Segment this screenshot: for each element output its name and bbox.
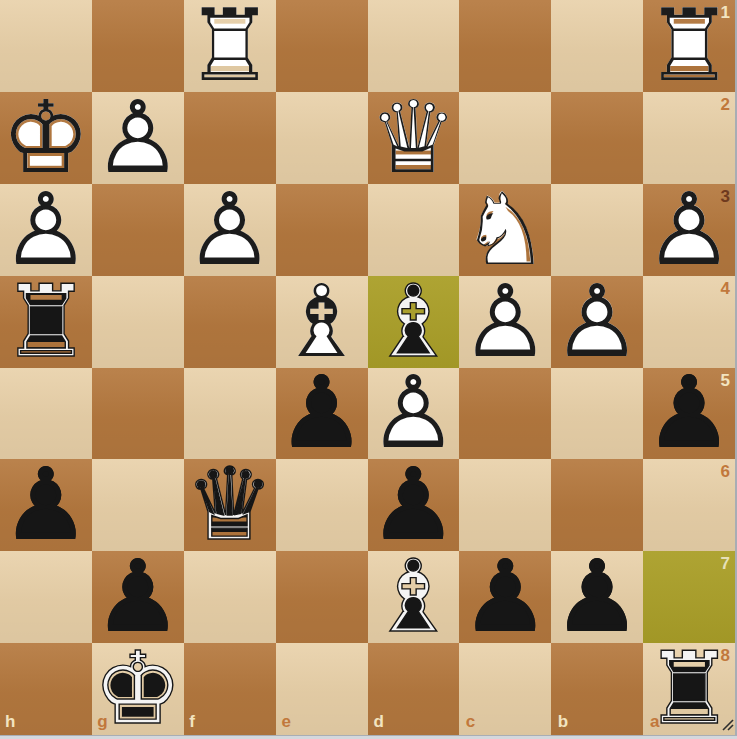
file-label-c: c <box>466 713 475 730</box>
rank-label-4: 4 <box>721 280 730 297</box>
file-label-d: d <box>374 713 384 730</box>
square-h3[interactable]: ♟♙ <box>0 184 92 276</box>
square-d2[interactable]: ♛♕ <box>368 92 460 184</box>
piece-glyph-outline: ♕ <box>184 459 276 551</box>
square-b3[interactable] <box>551 184 643 276</box>
black-pawn[interactable]: ♟♙ <box>459 551 551 643</box>
square-h2[interactable]: ♚♔ <box>0 92 92 184</box>
square-b2[interactable] <box>551 92 643 184</box>
square-e7[interactable] <box>276 551 368 643</box>
square-c5[interactable] <box>459 368 551 460</box>
black-rook[interactable]: ♜♖ <box>0 276 92 368</box>
square-c4[interactable]: ♟♙ <box>459 276 551 368</box>
square-f1[interactable]: ♜♖ <box>184 0 276 92</box>
square-e3[interactable] <box>276 184 368 276</box>
file-label-f: f <box>189 713 195 730</box>
square-f4[interactable] <box>184 276 276 368</box>
square-c3[interactable]: ♞♘ <box>459 184 551 276</box>
white-pawn[interactable]: ♟♙ <box>551 276 643 368</box>
square-e1[interactable] <box>276 0 368 92</box>
piece-glyph-outline: ♕ <box>368 92 460 184</box>
rank-label-7: 7 <box>721 555 730 572</box>
file-label-e: e <box>281 713 290 730</box>
black-pawn[interactable]: ♟♙ <box>276 368 368 460</box>
square-f3[interactable]: ♟♙ <box>184 184 276 276</box>
square-b5[interactable] <box>551 368 643 460</box>
white-rook[interactable]: ♜♖ <box>184 0 276 92</box>
square-g2[interactable]: ♟♙ <box>92 92 184 184</box>
rank-label-1: 1 <box>721 4 730 21</box>
piece-glyph-outline: ♙ <box>0 184 92 276</box>
square-e6[interactable] <box>276 459 368 551</box>
piece-glyph-outline: ♘ <box>459 184 551 276</box>
piece-glyph-outline: ♗ <box>368 551 460 643</box>
square-h6[interactable]: ♟♙ <box>0 459 92 551</box>
white-knight[interactable]: ♞♘ <box>459 184 551 276</box>
square-e2[interactable] <box>276 92 368 184</box>
square-h4[interactable]: ♜♖ <box>0 276 92 368</box>
black-bishop[interactable]: ♝♗ <box>368 551 460 643</box>
square-h7[interactable] <box>0 551 92 643</box>
square-c1[interactable] <box>459 0 551 92</box>
white-queen[interactable]: ♛♕ <box>368 92 460 184</box>
square-b7[interactable]: ♟♙ <box>551 551 643 643</box>
resize-grip-icon[interactable] <box>720 717 734 731</box>
piece-glyph-outline: ♔ <box>0 92 92 184</box>
square-e5[interactable]: ♟♙ <box>276 368 368 460</box>
piece-glyph-outline: ♙ <box>551 276 643 368</box>
piece-glyph-outline: ♙ <box>92 92 184 184</box>
window-bottom-strip <box>0 735 737 739</box>
piece-glyph-outline: ♖ <box>0 276 92 368</box>
square-b4[interactable]: ♟♙ <box>551 276 643 368</box>
piece-glyph-outline: ♙ <box>0 459 92 551</box>
white-pawn[interactable]: ♟♙ <box>92 92 184 184</box>
square-g5[interactable] <box>92 368 184 460</box>
white-pawn[interactable]: ♟♙ <box>0 184 92 276</box>
square-f2[interactable] <box>184 92 276 184</box>
rank-label-3: 3 <box>721 188 730 205</box>
black-queen[interactable]: ♛♕ <box>184 459 276 551</box>
file-label-g: g <box>97 713 107 730</box>
square-b1[interactable] <box>551 0 643 92</box>
file-label-h: h <box>5 713 15 730</box>
chess-board: ♜♖♜♖♚♔♟♙♛♕♟♙♟♙♞♘♟♙♜♖♝♗♝♗♟♙♟♙♟♙♟♙♟♙♟♙♛♕♟♙… <box>0 0 735 735</box>
rank-label-2: 2 <box>721 96 730 113</box>
square-f6[interactable]: ♛♕ <box>184 459 276 551</box>
black-pawn[interactable]: ♟♙ <box>0 459 92 551</box>
square-c2[interactable] <box>459 92 551 184</box>
rank-label-6: 6 <box>721 463 730 480</box>
white-king[interactable]: ♚♔ <box>0 92 92 184</box>
rank-label-5: 5 <box>721 372 730 389</box>
black-pawn[interactable]: ♟♙ <box>551 551 643 643</box>
piece-glyph-outline: ♙ <box>551 551 643 643</box>
file-label-b: b <box>558 713 568 730</box>
square-g4[interactable] <box>92 276 184 368</box>
rank-label-8: 8 <box>721 647 730 664</box>
piece-glyph-outline: ♙ <box>276 368 368 460</box>
square-g3[interactable] <box>92 184 184 276</box>
piece-glyph-outline: ♙ <box>459 551 551 643</box>
square-c7[interactable]: ♟♙ <box>459 551 551 643</box>
square-d7[interactable]: ♝♗ <box>368 551 460 643</box>
file-label-a: a <box>650 713 659 730</box>
square-d3[interactable] <box>368 184 460 276</box>
piece-glyph-outline: ♖ <box>184 0 276 92</box>
piece-glyph-outline: ♙ <box>184 184 276 276</box>
piece-glyph-outline: ♙ <box>459 276 551 368</box>
chess-app-window: ♜♖♜♖♚♔♟♙♛♕♟♙♟♙♞♘♟♙♜♖♝♗♝♗♟♙♟♙♟♙♟♙♟♙♟♙♛♕♟♙… <box>0 0 737 739</box>
white-pawn[interactable]: ♟♙ <box>459 276 551 368</box>
square-f8[interactable] <box>184 643 276 735</box>
white-pawn[interactable]: ♟♙ <box>184 184 276 276</box>
square-f7[interactable] <box>184 551 276 643</box>
